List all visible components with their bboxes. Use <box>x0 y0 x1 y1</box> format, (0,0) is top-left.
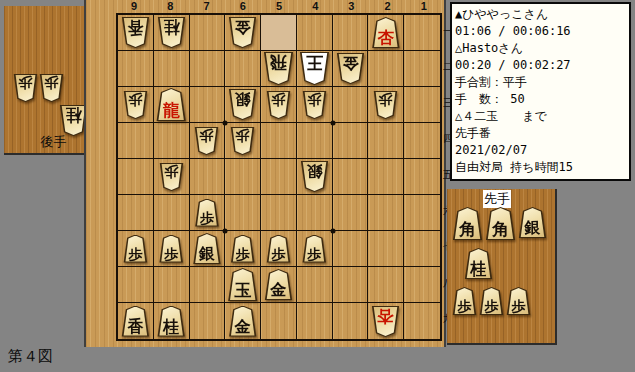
piece-glyph: 歩 <box>271 247 285 262</box>
square-4-8[interactable] <box>297 267 333 303</box>
file-label: 4 <box>297 0 333 12</box>
piece-sente-歩[interactable]: 歩 <box>506 287 531 315</box>
piece-glyph: 桂 <box>66 106 82 123</box>
square-6-1[interactable]: 金 <box>225 15 261 51</box>
file-label: 9 <box>116 0 152 12</box>
piece-glyph: 歩 <box>19 75 33 90</box>
sente-hand-row: 桂 <box>464 248 547 279</box>
square-4-6[interactable] <box>297 195 333 231</box>
square-1-4[interactable] <box>404 123 440 159</box>
shogi-app-window: 歩歩桂 後手 987654321 香桂金杏飛王金歩龍銀歩歩歩歩歩歩銀歩歩歩銀歩歩… <box>0 0 635 372</box>
square-6-5[interactable] <box>225 159 261 195</box>
piece-glyph: 銀 <box>199 246 215 263</box>
square-8-3[interactable]: 龍 <box>154 87 190 123</box>
info-line-0: ▲ひややっこさん <box>455 6 626 23</box>
piece-glyph: 桂 <box>163 319 179 336</box>
file-label: 6 <box>225 0 261 12</box>
square-5-8[interactable]: 金 <box>261 267 297 303</box>
square-2-1[interactable]: 杏 <box>368 15 404 51</box>
file-label: 3 <box>333 0 369 12</box>
square-7-5[interactable] <box>190 159 226 195</box>
square-6-4[interactable]: 歩 <box>225 123 261 159</box>
square-6-2[interactable] <box>225 51 261 87</box>
sente-hand-pieces: 角角銀桂歩歩歩 <box>452 207 547 323</box>
square-7-2[interactable] <box>190 51 226 87</box>
piece-glyph: 歩 <box>200 211 214 226</box>
piece-glyph: 杏 <box>378 30 394 47</box>
square-2-6[interactable] <box>368 195 404 231</box>
square-4-2[interactable]: 王 <box>297 51 333 87</box>
file-label: 2 <box>370 0 406 12</box>
square-3-8[interactable] <box>333 267 369 303</box>
piece-gote-歩[interactable]: 歩 <box>159 163 184 191</box>
piece-sente-桂[interactable]: 桂 <box>464 248 493 279</box>
piece-glyph: 金 <box>342 54 358 71</box>
piece-sente-歩[interactable]: 歩 <box>452 287 477 315</box>
piece-gote-銀[interactable]: 銀 <box>228 89 257 120</box>
piece-gote-金[interactable]: 金 <box>336 53 365 84</box>
piece-glyph: 金 <box>270 282 286 299</box>
square-4-9[interactable] <box>297 303 333 339</box>
square-3-4[interactable] <box>333 123 369 159</box>
piece-glyph: 玉 <box>234 282 251 300</box>
square-3-2[interactable]: 金 <box>333 51 369 87</box>
square-9-1[interactable]: 香 <box>118 15 154 51</box>
piece-glyph: 銀 <box>306 162 322 179</box>
piece-sente-玉[interactable]: 玉 <box>227 268 258 301</box>
file-label: 8 <box>152 0 188 12</box>
square-3-1[interactable] <box>333 15 369 51</box>
piece-gote-歩[interactable]: 歩 <box>373 91 398 119</box>
square-9-6[interactable] <box>118 195 154 231</box>
piece-gote-歩[interactable]: 歩 <box>266 91 291 119</box>
piece-glyph: 金 <box>235 319 251 336</box>
piece-glyph: 歩 <box>485 299 499 314</box>
piece-sente-歩[interactable]: 歩 <box>230 235 255 263</box>
piece-glyph: 角 <box>492 221 509 239</box>
info-line-7: 先手番 <box>455 125 626 142</box>
square-9-4[interactable] <box>118 123 154 159</box>
piece-glyph: 王 <box>306 53 323 71</box>
piece-sente-歩[interactable]: 歩 <box>479 287 504 315</box>
piece-gote-歩[interactable]: 歩 <box>230 127 255 155</box>
piece-sente-歩[interactable]: 歩 <box>194 199 219 227</box>
info-line-4: 手合割：平手 <box>455 74 626 91</box>
square-1-9[interactable] <box>404 303 440 339</box>
square-1-8[interactable] <box>404 267 440 303</box>
square-8-5[interactable]: 歩 <box>154 159 190 195</box>
piece-sente-銀[interactable]: 銀 <box>192 233 221 264</box>
info-line-2: △Hastoさん <box>455 40 626 57</box>
square-7-1[interactable] <box>190 15 226 51</box>
square-3-7[interactable] <box>333 231 369 267</box>
piece-gote-飛[interactable]: 飛 <box>263 52 294 85</box>
piece-glyph: 飛 <box>270 53 287 71</box>
piece-glyph: 歩 <box>271 92 285 107</box>
square-7-7[interactable]: 銀 <box>190 231 226 267</box>
piece-glyph: 杏 <box>378 307 394 324</box>
piece-sente-歩[interactable]: 歩 <box>302 235 327 263</box>
square-3-6[interactable] <box>333 195 369 231</box>
piece-glyph: 歩 <box>128 247 142 262</box>
square-9-2[interactable] <box>118 51 154 87</box>
square-6-3[interactable]: 銀 <box>225 87 261 123</box>
square-8-7[interactable]: 歩 <box>154 231 190 267</box>
piece-glyph: 龍 <box>163 102 180 120</box>
square-9-3[interactable]: 歩 <box>118 87 154 123</box>
square-2-8[interactable] <box>368 267 404 303</box>
piece-glyph: 歩 <box>458 299 472 314</box>
square-7-3[interactable] <box>190 87 226 123</box>
piece-glyph: 歩 <box>512 299 526 314</box>
square-6-8[interactable]: 玉 <box>225 267 261 303</box>
square-3-5[interactable] <box>333 159 369 195</box>
square-7-6[interactable]: 歩 <box>190 195 226 231</box>
square-1-3[interactable] <box>404 87 440 123</box>
piece-glyph: 歩 <box>307 92 321 107</box>
piece-sente-歩[interactable]: 歩 <box>266 235 291 263</box>
square-8-9[interactable]: 桂 <box>154 303 190 339</box>
info-line-1: 01:06 / 00:06:16 <box>455 23 626 40</box>
square-5-3[interactable]: 歩 <box>261 87 297 123</box>
square-4-1[interactable] <box>297 15 333 51</box>
piece-glyph: 歩 <box>45 75 59 90</box>
piece-gote-歩[interactable]: 歩 <box>123 91 148 119</box>
sente-hand-row: 歩歩歩 <box>452 287 547 315</box>
square-5-7[interactable]: 歩 <box>261 231 297 267</box>
piece-sente-金[interactable]: 金 <box>228 306 257 337</box>
piece-glyph: 銀 <box>525 220 541 237</box>
square-7-8[interactable] <box>190 267 226 303</box>
shogi-board-panel: 987654321 香桂金杏飛王金歩龍銀歩歩歩歩歩歩銀歩歩歩銀歩歩歩玉金香桂金杏… <box>84 0 446 347</box>
square-7-9[interactable] <box>190 303 226 339</box>
piece-glyph: 角 <box>459 221 476 239</box>
piece-glyph: 銀 <box>235 90 251 107</box>
square-6-6[interactable] <box>225 195 261 231</box>
diagram-caption: 第４図 <box>8 347 53 366</box>
info-line-8: 2021/02/07 <box>455 142 626 159</box>
piece-glyph: 香 <box>127 319 143 336</box>
piece-sente-角[interactable]: 角 <box>485 207 516 240</box>
square-8-6[interactable] <box>154 195 190 231</box>
square-3-9[interactable] <box>333 303 369 339</box>
square-4-3[interactable]: 歩 <box>297 87 333 123</box>
piece-glyph: 歩 <box>164 164 178 179</box>
piece-glyph: 桂 <box>163 18 179 35</box>
sente-hand-label: 先手 <box>483 190 511 208</box>
board-grid: 香桂金杏飛王金歩龍銀歩歩歩歩歩歩銀歩歩歩銀歩歩歩玉金香桂金杏 <box>116 13 442 341</box>
square-8-8[interactable] <box>154 267 190 303</box>
piece-sente-桂[interactable]: 桂 <box>157 306 186 337</box>
piece-sente-龍[interactable]: 龍 <box>156 88 187 121</box>
square-1-6[interactable] <box>404 195 440 231</box>
square-5-1[interactable] <box>261 15 297 51</box>
sente-hand-row: 角角銀 <box>452 207 547 240</box>
square-9-7[interactable]: 歩 <box>118 231 154 267</box>
piece-sente-歩[interactable]: 歩 <box>159 235 184 263</box>
square-9-8[interactable] <box>118 267 154 303</box>
square-6-9[interactable]: 金 <box>225 303 261 339</box>
piece-glyph: 歩 <box>164 247 178 262</box>
piece-sente-金[interactable]: 金 <box>264 269 293 300</box>
square-5-2[interactable]: 飛 <box>261 51 297 87</box>
info-line-3: 00:20 / 00:02:27 <box>455 57 626 74</box>
piece-gote-杏[interactable]: 杏 <box>371 306 400 337</box>
square-1-1[interactable] <box>404 15 440 51</box>
square-5-4[interactable] <box>261 123 297 159</box>
square-1-7[interactable] <box>404 231 440 267</box>
square-7-4[interactable]: 歩 <box>190 123 226 159</box>
square-9-5[interactable] <box>118 159 154 195</box>
square-5-5[interactable] <box>261 159 297 195</box>
square-3-3[interactable] <box>333 87 369 123</box>
piece-glyph: 桂 <box>471 261 487 278</box>
piece-gote-香[interactable]: 香 <box>121 17 150 48</box>
piece-gote-歩[interactable]: 歩 <box>39 74 64 102</box>
square-2-3[interactable]: 歩 <box>368 87 404 123</box>
square-4-5[interactable]: 銀 <box>297 159 333 195</box>
piece-glyph: 歩 <box>128 92 142 107</box>
info-line-6: △４二玉 まで <box>455 108 626 125</box>
piece-glyph: 歩 <box>200 128 214 143</box>
square-2-7[interactable] <box>368 231 404 267</box>
piece-gote-歩[interactable]: 歩 <box>13 74 38 102</box>
square-4-7[interactable]: 歩 <box>297 231 333 267</box>
square-2-2[interactable] <box>368 51 404 87</box>
square-8-1[interactable]: 桂 <box>154 15 190 51</box>
square-5-9[interactable] <box>261 303 297 339</box>
piece-gote-王[interactable]: 王 <box>299 52 330 85</box>
info-line-5: 手 数： 50 <box>455 91 626 108</box>
square-1-2[interactable] <box>404 51 440 87</box>
file-label: 1 <box>406 0 442 12</box>
square-8-4[interactable] <box>154 123 190 159</box>
piece-sente-歩[interactable]: 歩 <box>123 235 148 263</box>
square-5-6[interactable] <box>261 195 297 231</box>
piece-sente-銀[interactable]: 銀 <box>518 207 547 238</box>
file-label: 7 <box>188 0 224 12</box>
square-6-7[interactable]: 歩 <box>225 231 261 267</box>
piece-gote-歩[interactable]: 歩 <box>302 91 327 119</box>
piece-glyph: 歩 <box>236 247 250 262</box>
piece-gote-歩[interactable]: 歩 <box>194 127 219 155</box>
square-8-2[interactable] <box>154 51 190 87</box>
sente-hand-tray: 先手 角角銀桂歩歩歩 <box>447 189 557 345</box>
square-9-9[interactable]: 香 <box>118 303 154 339</box>
square-2-4[interactable] <box>368 123 404 159</box>
piece-glyph: 歩 <box>236 128 250 143</box>
piece-glyph: 歩 <box>307 247 321 262</box>
square-1-5[interactable] <box>404 159 440 195</box>
piece-glyph: 香 <box>127 18 143 35</box>
file-label: 5 <box>261 0 297 12</box>
square-2-5[interactable] <box>368 159 404 195</box>
piece-glyph: 金 <box>235 18 251 35</box>
square-4-4[interactable] <box>297 123 333 159</box>
game-info-panel: ▲ひややっこさん01:06 / 00:06:16△Hastoさん00:20 / … <box>450 2 631 181</box>
square-2-9[interactable]: 杏 <box>368 303 404 339</box>
piece-gote-金[interactable]: 金 <box>228 17 257 48</box>
piece-sente-香[interactable]: 香 <box>121 306 150 337</box>
piece-glyph: 歩 <box>379 92 393 107</box>
piece-gote-銀[interactable]: 銀 <box>300 161 329 192</box>
file-labels: 987654321 <box>116 0 442 12</box>
info-line-9: 自由対局 持ち時間15 <box>455 159 626 176</box>
piece-gote-桂[interactable]: 桂 <box>157 17 186 48</box>
piece-sente-角[interactable]: 角 <box>452 207 483 240</box>
piece-sente-杏[interactable]: 杏 <box>371 17 400 48</box>
